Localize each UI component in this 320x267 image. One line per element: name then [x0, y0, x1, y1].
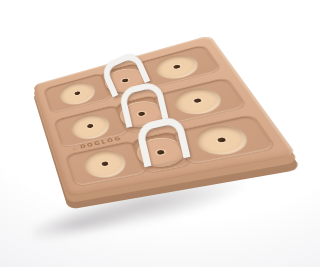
- treat-well-r3c1: [80, 147, 130, 181]
- scent-hole-r2c3: [193, 98, 202, 103]
- brand-logo-icon: ∴: [72, 146, 77, 151]
- product-photo-scene: ∴ DOGLOG: [0, 0, 320, 267]
- treat-well-r3c3: [190, 121, 254, 158]
- scent-hole-r2c1: [86, 124, 93, 129]
- treat-well-r2c1: [68, 111, 114, 142]
- treat-well-r2c3: [169, 84, 227, 118]
- scent-hole-r1c1: [74, 91, 80, 95]
- scent-hole-r3c3: [216, 137, 226, 143]
- scent-hole-r3c1: [101, 161, 109, 166]
- scent-hole-r1c3: [172, 64, 180, 69]
- treat-well-r1c1: [57, 79, 99, 108]
- treat-well-r1c3: [151, 51, 203, 82]
